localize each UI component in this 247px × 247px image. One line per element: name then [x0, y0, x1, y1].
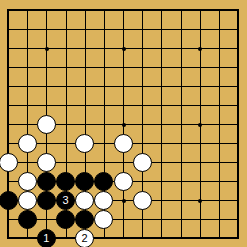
- stone-black: [37, 172, 56, 191]
- stone-white: [114, 172, 133, 191]
- stone-white: [0, 153, 18, 172]
- stone-black: [94, 172, 113, 191]
- star-point: [122, 47, 126, 51]
- grid-line-vertical: [219, 10, 220, 238]
- stone-white: [18, 172, 37, 191]
- stone-black: [75, 172, 94, 191]
- star-point: [198, 199, 202, 203]
- stone-white: [37, 153, 56, 172]
- stone-white: [114, 134, 133, 153]
- stone-white: [75, 134, 94, 153]
- stone-white: [94, 210, 113, 229]
- star-point: [198, 123, 202, 127]
- stone-black: [56, 172, 75, 191]
- stone-black-move-1: 1: [37, 229, 56, 247]
- move-number-label: 1: [43, 232, 49, 243]
- stone-black: [37, 191, 56, 210]
- stone-white: [37, 115, 56, 134]
- stone-black: [0, 191, 18, 210]
- star-point: [122, 199, 126, 203]
- stone-white: [94, 191, 113, 210]
- move-number-label: 3: [62, 194, 68, 205]
- grid-line-vertical: [181, 10, 182, 238]
- stone-white: [133, 191, 152, 210]
- stone-white: [133, 153, 152, 172]
- grid-line-horizontal: [8, 219, 238, 220]
- star-point: [198, 47, 202, 51]
- stone-white: [18, 191, 37, 210]
- star-point: [122, 123, 126, 127]
- stone-black: [56, 210, 75, 229]
- stone-black-move-3: 3: [56, 191, 75, 210]
- stone-white: [18, 134, 37, 153]
- move-number-label: 2: [82, 232, 88, 243]
- star-point: [45, 47, 49, 51]
- stone-black: [18, 210, 37, 229]
- go-board: 231: [0, 0, 247, 247]
- stone-white-move-2: 2: [75, 229, 94, 247]
- grid-line-vertical: [161, 10, 162, 238]
- stone-black: [75, 210, 94, 229]
- go-diagram: 231: [0, 0, 247, 247]
- stone-white: [75, 191, 94, 210]
